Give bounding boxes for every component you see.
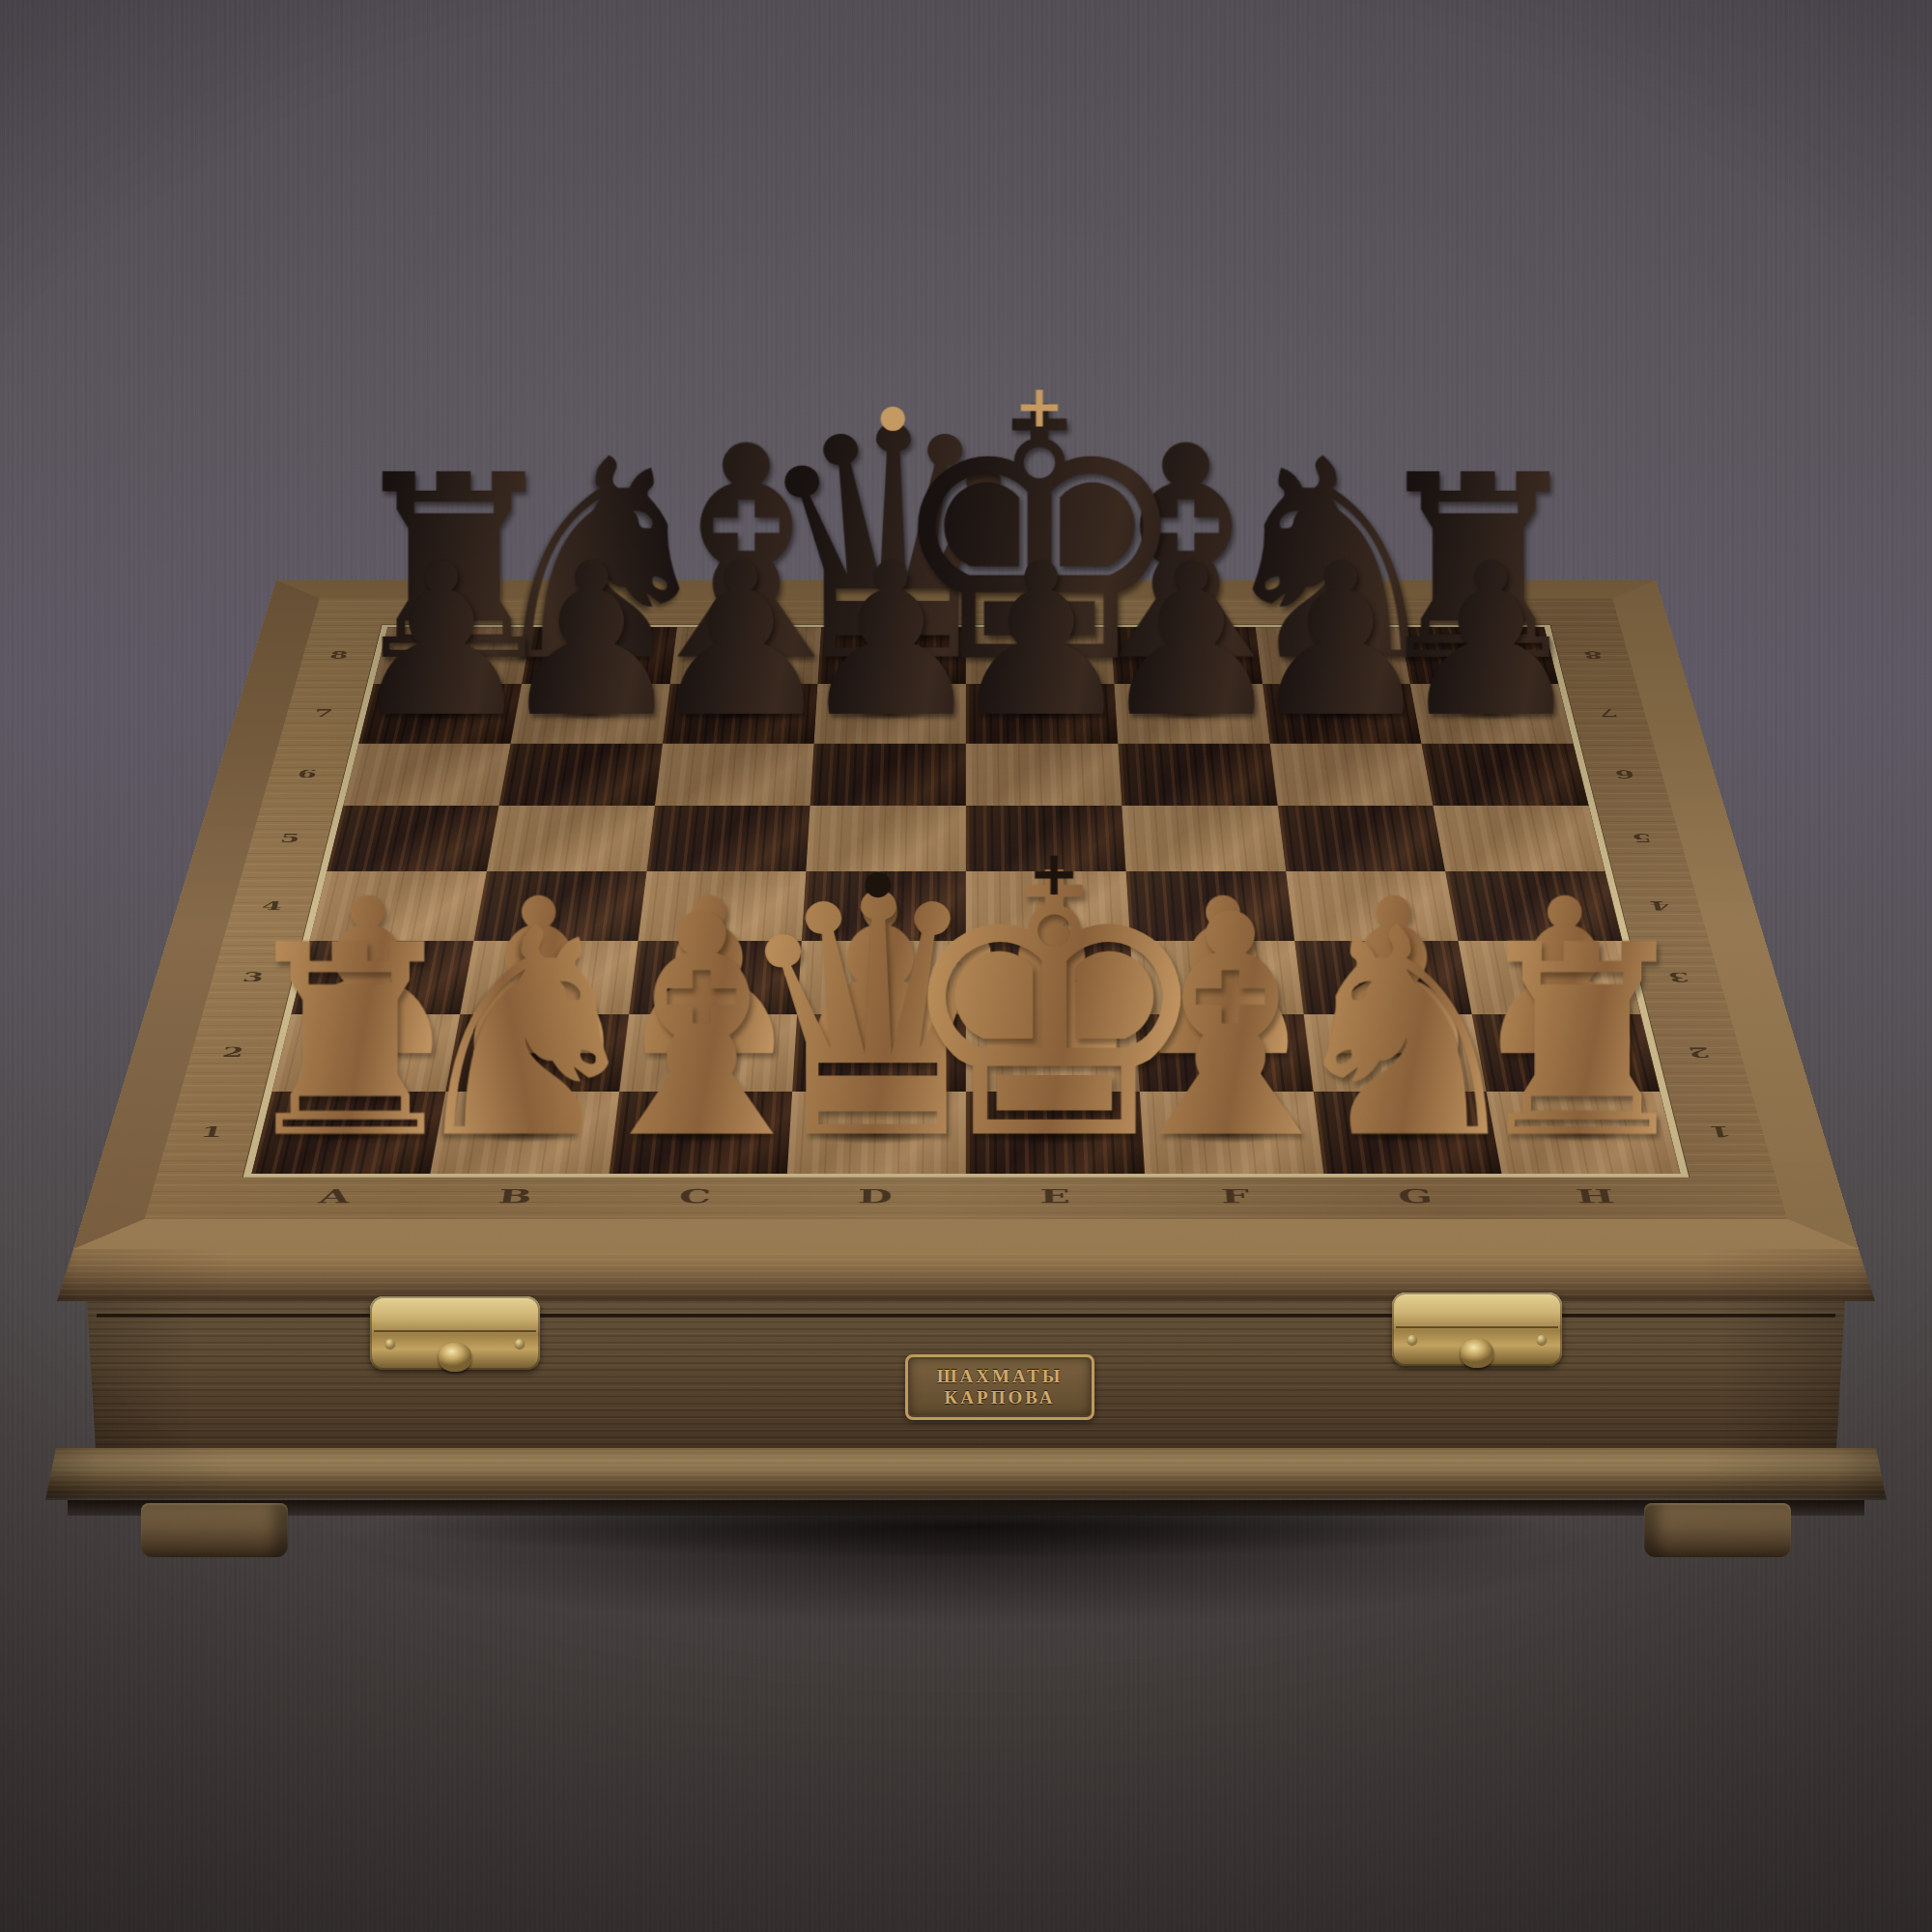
brass-latch-right[interactable] [1392,1293,1562,1366]
file-label-h: H [1503,1179,1691,1214]
base-molding [0,1448,1932,1500]
plaque-line1: ШАХМАТЫ [937,1367,1064,1386]
lid-edge-molding [0,1249,1932,1301]
latch-screw [1407,1335,1417,1345]
file-label-f: F [1145,1179,1328,1214]
piece-black-pawn-h7[interactable]: ♟ [1410,684,1574,744]
brass-latch-left[interactable] [370,1296,540,1370]
file-label-c: C [604,1179,787,1214]
latch-seam [374,1330,536,1332]
base-under-shadow [68,1500,1864,1516]
brand-plaque: ШАХМАТЫ КАРПОВА [905,1354,1094,1420]
lid-seam [97,1314,1835,1318]
file-label-b: B [422,1179,608,1214]
bracket-foot-right [1644,1503,1791,1557]
file-labels: ABCDEFGH [241,1179,1691,1214]
file-label-e: E [966,1179,1148,1214]
file-label-g: G [1323,1179,1509,1214]
photo-scene: ABCDEFGH 87654321 87654321 ♜♞♝♛●♚+♝♞♜♟♟♟… [0,0,1932,1932]
piece-billboard: ♜ [1318,921,1846,1132]
latch-knob[interactable] [439,1343,471,1372]
piece-white-rook-h1[interactable]: ♜ [1487,1092,1681,1174]
file-label-d: D [784,1179,966,1214]
piece-billboard: ♟ [1281,545,1701,713]
latch-seam [1396,1326,1558,1328]
chess-board: ABCDEFGH 87654321 87654321 ♜♞♝♛●♚+♝♞♜♟♟♟… [73,581,1859,1249]
plaque-line2: КАРПОВА [945,1388,1056,1407]
latch-screw [1537,1335,1547,1345]
latch-screw [385,1339,395,1349]
latch-screw [515,1339,525,1349]
pieces-layer: ♜♞♝♛●♚+♝♞♜♟♟♟♟♟♟♟♟♟♟♟♟♟♟♟♟♜♞♝♛●♚+♝♞♜ [251,627,1680,1174]
bracket-foot-left [141,1503,288,1557]
file-label-a: A [241,1179,430,1214]
latch-knob[interactable] [1461,1339,1493,1368]
